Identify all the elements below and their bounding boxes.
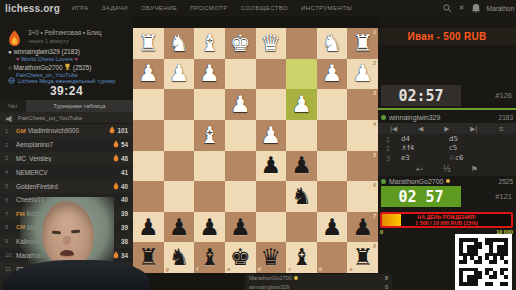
move-nav-button[interactable]: ≡	[499, 125, 504, 133]
nav-item[interactable]: ИНСТРУМЕНТЫ	[301, 5, 352, 11]
square-e5[interactable]	[225, 151, 256, 182]
file-label: a	[349, 266, 352, 272]
game-time-ago: через 1 минуту	[28, 38, 102, 44]
panel-player-black: MarathonGo2700 2525	[381, 176, 513, 186]
square-a2[interactable]: ♟2	[347, 59, 378, 90]
black-knight: ♞	[169, 246, 190, 269]
rank-label: 7	[373, 213, 376, 219]
square-h5[interactable]	[133, 151, 164, 182]
game-type: 3+0 • Рейтинговая • Блиц	[28, 29, 102, 36]
square-b5[interactable]	[317, 151, 348, 182]
rank-label: 2	[373, 60, 376, 66]
chess-board[interactable]: ♜♞♝♚♛♞♜1♟♟♟♟♟2♟♟3♝♟4♟♟5♞6♟♟♟♟♟♟7♜h♞g♝f♚e…	[133, 28, 378, 273]
move-white[interactable]: d4	[401, 135, 449, 144]
move-nav-button[interactable]: ▶|	[470, 125, 477, 133]
standings-row[interactable]: 4NEMERCV41	[0, 165, 133, 179]
standings-row[interactable]: 2Aeroplanino754	[0, 138, 133, 152]
file-label: f	[196, 266, 198, 272]
square-e7[interactable]: ♟	[225, 212, 256, 243]
nav-item[interactable]: ЗАДАЧИ	[102, 5, 128, 11]
action-button[interactable]: ↩	[416, 165, 423, 174]
square-b3[interactable]	[317, 89, 348, 120]
square-c7[interactable]	[286, 212, 317, 243]
heart-icon: ♥	[16, 56, 19, 62]
streak-fire-icon	[113, 182, 119, 191]
black-queen: ♛	[261, 246, 282, 269]
black-player-rating: (2525)	[73, 64, 91, 71]
black-rook: ♜	[138, 246, 159, 269]
clock-black: 02:57 #121	[381, 186, 516, 207]
move-nav-button[interactable]: ◀	[418, 125, 423, 133]
white-bishop: ♝	[199, 124, 220, 147]
white-color-icon: ●	[8, 48, 12, 55]
black-pawn: ♟	[322, 216, 343, 239]
streak-fire-icon	[113, 140, 119, 149]
white-pawn: ♟	[261, 124, 282, 147]
square-a1[interactable]: ♜1	[347, 28, 378, 59]
square-c4[interactable]	[286, 120, 317, 151]
panel-player-white: winnainglwin329 2183	[381, 112, 513, 122]
standings-row[interactable]: 3MC_Vensley48	[0, 152, 133, 166]
square-a5[interactable]: 5	[347, 151, 378, 182]
file-label: c	[288, 266, 291, 272]
square-c2[interactable]	[286, 59, 317, 90]
right-panel: Иван - 500 RUB 02:57 #126 winnainglwin32…	[378, 16, 516, 290]
medal-icon	[446, 179, 450, 183]
square-h4[interactable]	[133, 120, 164, 151]
move-black[interactable]: c5	[449, 144, 516, 153]
square-g8[interactable]: ♞g	[164, 242, 195, 273]
square-f2[interactable]: ♟	[194, 59, 225, 90]
lichess-app: lichess.org ИГРАЗАДАЧИОБУЧЕНИЕПРОСМОТРСО…	[0, 0, 516, 290]
qr-code	[455, 234, 512, 290]
white-pawn: ♟	[352, 62, 373, 85]
file-label: d	[258, 266, 261, 272]
black-player-name[interactable]: MarathonGo2700	[14, 64, 63, 71]
square-a7[interactable]: ♟7	[347, 212, 378, 243]
action-button[interactable]: ½	[443, 165, 451, 174]
game-players: ● winnainglwin329 (2183) ♥ World Chess L…	[8, 46, 128, 79]
square-h6[interactable]	[133, 181, 164, 212]
square-g1[interactable]: ♞	[164, 28, 195, 59]
chat-room-name: FairChess_on_YouTube	[18, 115, 82, 121]
webcam-overlay	[16, 197, 112, 290]
square-c6[interactable]: ♞	[286, 181, 317, 212]
white-queen: ♛	[261, 32, 282, 55]
move-white[interactable]: ♗f4	[401, 144, 449, 153]
square-b4[interactable]	[317, 120, 348, 151]
panel-white-rating: 2183	[499, 114, 513, 121]
online-dot	[381, 115, 386, 120]
black-king: ♚	[230, 246, 251, 269]
navbar-right: ✕ Marathon	[443, 0, 516, 16]
rank-label: 1	[373, 29, 376, 35]
white-pawn: ♟	[199, 62, 220, 85]
close-icon[interactable]: ✕	[459, 4, 465, 12]
white-knight: ♞	[322, 32, 343, 55]
square-g6[interactable]	[164, 181, 195, 212]
donation-goal-text: НА ДЕНЬ РОЖДЕНИЯ! 1 500 / 10 000 RUB (15…	[382, 214, 511, 226]
square-e6[interactable]	[225, 181, 256, 212]
nav-item[interactable]: ИГРА	[72, 5, 89, 11]
white-pawn: ♟	[169, 62, 190, 85]
crosstable-row[interactable]: winnainglwin3290	[245, 283, 392, 290]
square-d4[interactable]: ♟	[256, 120, 287, 151]
square-e1[interactable]: ♚	[225, 28, 256, 59]
black-pawn: ♟	[352, 216, 373, 239]
black-pawn: ♟	[230, 216, 251, 239]
standings-row[interactable]: 5GoldenFirebird40	[0, 179, 133, 193]
white-pawn: ♟	[230, 93, 251, 116]
square-b8[interactable]: b	[317, 242, 348, 273]
file-label: b	[319, 266, 322, 272]
square-b2[interactable]: ♟	[317, 59, 348, 90]
square-d8[interactable]: ♛d	[256, 242, 287, 273]
streak-fire-icon	[113, 154, 119, 163]
panel-black-name[interactable]: MarathonGo2700	[389, 178, 443, 185]
black-pawn: ♟	[199, 216, 220, 239]
black-rook: ♜	[352, 246, 373, 269]
move-nav-button[interactable]: ▶	[444, 125, 449, 133]
black-color-icon: ○	[8, 64, 12, 71]
file-label: e	[227, 266, 230, 272]
white-player-team[interactable]: ♥ World Chess Lovers ♥	[16, 56, 128, 62]
square-g3[interactable]	[164, 89, 195, 120]
square-d5[interactable]: ♟	[256, 151, 287, 182]
square-a8[interactable]: ♜8a	[347, 242, 378, 273]
black-bishop: ♝	[199, 246, 220, 269]
black-pawn: ♟	[291, 154, 312, 177]
white-pawn: ♟	[291, 93, 312, 116]
heart-icon: ♥	[75, 56, 78, 62]
move-black[interactable]: ♘c6	[449, 154, 516, 163]
square-d3[interactable]	[256, 89, 287, 120]
square-h2[interactable]: ♟	[133, 59, 164, 90]
square-g4[interactable]	[164, 120, 195, 151]
square-b6[interactable]	[317, 181, 348, 212]
move-controls: |◀◀▶▶|≡	[378, 123, 516, 134]
standings-row[interactable]: 1GMVladimirovich9000101	[0, 124, 133, 138]
rank-label: 5	[373, 152, 376, 158]
rank-label: 3	[373, 90, 376, 96]
square-g7[interactable]: ♟	[164, 212, 195, 243]
chat-room-header: FairChess_on_YouTube	[0, 112, 133, 124]
square-c1[interactable]	[286, 28, 317, 59]
square-h1[interactable]: ♜	[133, 28, 164, 59]
square-c8[interactable]: ♝c	[286, 242, 317, 273]
square-d6[interactable]	[256, 181, 287, 212]
logged-in-username[interactable]: Marathon	[487, 5, 514, 12]
streamer-eye	[71, 230, 80, 233]
white-pawn: ♟	[322, 62, 343, 85]
square-g2[interactable]: ♟	[164, 59, 195, 90]
trophy-icon	[64, 64, 71, 71]
white-bishop: ♝	[199, 32, 220, 55]
nav-item[interactable]: СООБЩЕСТВО	[241, 5, 288, 11]
square-d1[interactable]: ♛	[256, 28, 287, 59]
white-player-name[interactable]: winnainglwin329	[14, 48, 60, 55]
square-a4[interactable]: 4	[347, 120, 378, 151]
square-b7[interactable]: ♟	[317, 212, 348, 243]
white-player-line[interactable]: ● winnainglwin329 (2183)	[8, 48, 128, 55]
square-g5[interactable]	[164, 151, 195, 182]
rank-label: 8	[373, 243, 376, 249]
panel-white-name[interactable]: winnainglwin329	[389, 114, 440, 121]
tab-standings[interactable]: Турнирная таблица	[26, 100, 133, 112]
square-f6[interactable]	[194, 181, 225, 212]
white-pawn: ♟	[138, 62, 159, 85]
crosstable-row[interactable]: MarathonGo27008	[245, 274, 392, 283]
square-f4[interactable]: ♝	[194, 120, 225, 151]
black-player-line[interactable]: ○ MarathonGo2700 (2525)	[8, 63, 128, 71]
streamer-eye	[52, 231, 61, 235]
black-pawn: ♟	[138, 216, 159, 239]
clock-white: 02:57 #126	[381, 85, 516, 106]
black-pawn: ♟	[261, 154, 282, 177]
move-black[interactable]: d5	[449, 135, 516, 144]
action-button[interactable]: ⚑	[471, 165, 478, 174]
bell-icon[interactable]	[472, 0, 480, 17]
white-rook: ♜	[352, 32, 373, 55]
square-h7[interactable]: ♟	[133, 212, 164, 243]
streamer-nose	[63, 236, 71, 245]
streak-fire-icon	[109, 126, 115, 135]
search-icon[interactable]	[443, 0, 452, 17]
move-white[interactable]: e3	[401, 154, 449, 163]
black-bishop: ♝	[291, 246, 312, 269]
square-f1[interactable]: ♝	[194, 28, 225, 59]
clock-black-time: 02:57	[381, 186, 461, 207]
square-f7[interactable]: ♟	[194, 212, 225, 243]
square-b1[interactable]: ♞	[317, 28, 348, 59]
clock-white-tag: #126	[495, 91, 512, 100]
nav-item[interactable]: ПРОСМОТР	[190, 5, 228, 11]
move-number: 2	[386, 144, 401, 153]
square-f3[interactable]	[194, 89, 225, 120]
move-list: 1d4d52♗f4c53e3♘c64c3	[378, 134, 516, 163]
square-a3[interactable]: 3	[347, 89, 378, 120]
crosstable: MarathonGo27008winnainglwin3290	[245, 274, 392, 290]
move-number: 3	[386, 154, 401, 163]
white-king: ♚	[230, 32, 251, 55]
move-number: 1	[386, 135, 401, 144]
square-d2[interactable]	[256, 59, 287, 90]
white-rook: ♜	[138, 32, 159, 55]
move-nav-button[interactable]: |◀	[390, 125, 397, 133]
rank-label: 6	[373, 182, 376, 188]
square-e4[interactable]	[225, 120, 256, 151]
game-meta: 3+0 • Рейтинговая • Блиц через 1 минуту	[28, 29, 102, 44]
rank-label: 4	[373, 121, 376, 127]
square-d7[interactable]	[256, 212, 287, 243]
file-label: g	[166, 266, 169, 272]
square-a6[interactable]: 6	[347, 181, 378, 212]
square-e2[interactable]	[225, 59, 256, 90]
tournament-countdown: 39:24	[0, 84, 133, 98]
nav-item[interactable]: ОБУЧЕНИЕ	[141, 5, 177, 11]
active-separator	[378, 108, 516, 110]
square-c5[interactable]: ♟	[286, 151, 317, 182]
sidebar-tabs: Чат Турнирная таблица	[0, 100, 133, 112]
lichess-logo[interactable]: lichess.org	[5, 3, 60, 14]
black-pawn: ♟	[169, 216, 190, 239]
clock-white-time: 02:57	[381, 85, 461, 106]
medal-icon	[294, 276, 298, 280]
square-c3[interactable]: ♟	[286, 89, 317, 120]
square-f5[interactable]	[194, 151, 225, 182]
donation-alert-banner: Иван - 500 RUB	[378, 28, 516, 45]
donation-progress-bar: НА ДЕНЬ РОЖДЕНИЯ! 1 500 / 10 000 RUB (15…	[380, 212, 513, 228]
game-actions: ↩½⚑	[378, 163, 516, 176]
white-knight: ♞	[169, 32, 190, 55]
panel-black-rating: 2525	[499, 178, 513, 185]
online-dot	[381, 179, 386, 184]
square-f8[interactable]: ♝f	[194, 242, 225, 273]
square-e8[interactable]: ♚e	[225, 242, 256, 273]
square-e3[interactable]: ♟	[225, 89, 256, 120]
black-knight: ♞	[291, 185, 312, 208]
clock-black-tag: #121	[495, 192, 512, 201]
main-menu: ИГРАЗАДАЧИОБУЧЕНИЕПРОСМОТРСООБЩЕСТВОИНСТ…	[72, 5, 352, 11]
streamer-mouth	[60, 250, 74, 258]
white-player-rating: (2183)	[62, 48, 80, 55]
top-navbar: lichess.org ИГРАЗАДАЧИОБУЧЕНИЕПРОСМОТРСО…	[0, 0, 516, 16]
square-h3[interactable]	[133, 89, 164, 120]
